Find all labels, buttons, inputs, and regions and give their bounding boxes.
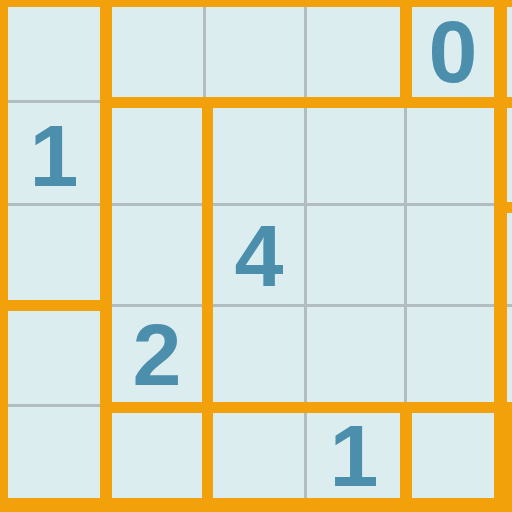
cell-r5c2[interactable] [112, 413, 202, 498]
cell-r2c1[interactable]: 1 [8, 108, 100, 204]
cell-r3c5[interactable] [412, 207, 494, 305]
cell-r2c3[interactable] [213, 108, 305, 204]
given-digit-r4c2: 2 [133, 311, 182, 399]
board-border-right-row5-sliver [505, 413, 512, 498]
cell-r5c1[interactable] [8, 413, 100, 498]
region-border-h-r4r5 [100, 402, 512, 413]
region-border-v-c1c2 [100, 0, 112, 512]
cell-r4c3[interactable] [213, 308, 305, 402]
cell-r4c4[interactable] [308, 308, 400, 402]
cell-r3c1[interactable] [8, 207, 100, 305]
cell-r2c4[interactable] [308, 108, 400, 204]
region-border-h-r1r2 [100, 97, 512, 108]
cell-r3c2[interactable] [112, 207, 202, 305]
cell-r4c2[interactable]: 2 [112, 308, 202, 402]
cell-r3c4[interactable] [308, 207, 400, 305]
gridline-vertical-1 [103, 0, 106, 512]
cell-r1c2[interactable] [112, 7, 202, 97]
cell-r3c3[interactable]: 4 [213, 207, 305, 305]
given-digit-r3c3: 4 [235, 212, 284, 300]
cell-r1c3[interactable] [213, 7, 305, 97]
cell-r5c4[interactable]: 1 [308, 413, 400, 498]
region-border-v-c2c3 [202, 97, 213, 512]
cell-r1c5[interactable]: 0 [412, 7, 494, 97]
puzzle-board: 01421 [0, 0, 512, 512]
given-digit-r2c1: 1 [30, 112, 79, 200]
cell-r2c2[interactable] [112, 108, 202, 204]
cell-r4c1[interactable] [8, 308, 100, 402]
board-border-right [494, 0, 507, 512]
region-border-v-c4c5-row5 [400, 402, 412, 512]
cell-r5c3[interactable] [213, 413, 305, 498]
gridline-horizontal-1 [0, 100, 512, 103]
cell-r4c5[interactable] [412, 308, 494, 402]
gridline-vertical-4 [404, 0, 407, 512]
region-border-v-c4c5-row1 [400, 0, 412, 108]
board-border-bottom [0, 498, 512, 512]
cell-r1c1[interactable] [8, 7, 100, 97]
cell-r1c4[interactable] [308, 7, 400, 97]
given-digit-r5c4: 1 [330, 412, 379, 500]
cell-r5c5[interactable] [412, 413, 494, 498]
cell-r2c5[interactable] [412, 108, 494, 204]
gridline-vertical-2 [203, 0, 206, 512]
region-border-h-r2r3-col6-sliver [505, 202, 512, 213]
gridline-horizontal-4 [0, 404, 512, 407]
board-border-left [0, 0, 8, 512]
given-digit-r1c5: 0 [429, 8, 478, 96]
board-border-top [0, 0, 512, 7]
